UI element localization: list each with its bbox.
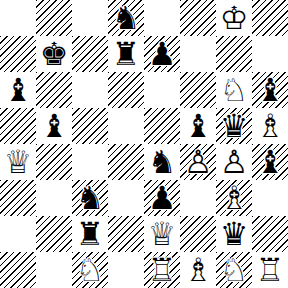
square-a3[interactable] bbox=[0, 180, 36, 216]
square-d3[interactable] bbox=[108, 180, 144, 216]
white-king-g8: ♔ bbox=[216, 0, 252, 36]
square-b4[interactable] bbox=[36, 144, 72, 180]
white-rook-h1: ♖ bbox=[252, 252, 288, 288]
square-g8[interactable]: ♚♔ bbox=[216, 0, 252, 36]
square-c3[interactable]: ♞ bbox=[72, 180, 108, 216]
square-d1[interactable] bbox=[108, 252, 144, 288]
square-d2[interactable] bbox=[108, 216, 144, 252]
square-g7[interactable] bbox=[216, 36, 252, 72]
square-f8[interactable] bbox=[180, 0, 216, 36]
white-pawn-g4: ♙ bbox=[216, 144, 252, 180]
white-queen-a4-fill: ♛ bbox=[0, 144, 36, 180]
black-rook-d7: ♜ bbox=[108, 36, 144, 72]
square-h7[interactable] bbox=[252, 36, 288, 72]
square-g4[interactable]: ♟♙ bbox=[216, 144, 252, 180]
white-pawn-f4-fill: ♟ bbox=[180, 144, 216, 180]
square-c1[interactable]: ♞♘ bbox=[72, 252, 108, 288]
square-e3[interactable]: ♟ bbox=[144, 180, 180, 216]
square-d4[interactable] bbox=[108, 144, 144, 180]
square-e4[interactable]: ♞ bbox=[144, 144, 180, 180]
white-knight-g1: ♘ bbox=[216, 252, 252, 288]
white-queen-e2: ♕ bbox=[144, 216, 180, 252]
square-h4[interactable]: ♝ bbox=[252, 144, 288, 180]
square-g5[interactable]: ♛ bbox=[216, 108, 252, 144]
square-c8[interactable] bbox=[72, 0, 108, 36]
square-e5[interactable] bbox=[144, 108, 180, 144]
black-bishop-a6: ♝ bbox=[0, 72, 36, 108]
square-b2[interactable] bbox=[36, 216, 72, 252]
black-knight-e4: ♞ bbox=[144, 144, 180, 180]
white-bishop-h5-fill: ♝ bbox=[252, 108, 288, 144]
square-f5[interactable]: ♝ bbox=[180, 108, 216, 144]
black-rook-c2: ♜ bbox=[72, 216, 108, 252]
square-a1[interactable] bbox=[0, 252, 36, 288]
square-f1[interactable]: ♝♗ bbox=[180, 252, 216, 288]
white-bishop-f1-fill: ♝ bbox=[180, 252, 216, 288]
square-b8[interactable] bbox=[36, 0, 72, 36]
black-queen-g2: ♛ bbox=[216, 216, 252, 252]
square-a7[interactable] bbox=[0, 36, 36, 72]
square-b5[interactable]: ♝ bbox=[36, 108, 72, 144]
square-g1[interactable]: ♞♘ bbox=[216, 252, 252, 288]
square-f7[interactable] bbox=[180, 36, 216, 72]
square-f6[interactable] bbox=[180, 72, 216, 108]
black-pawn-e3: ♟ bbox=[144, 180, 180, 216]
square-d7[interactable]: ♜ bbox=[108, 36, 144, 72]
square-h1[interactable]: ♜♖ bbox=[252, 252, 288, 288]
square-e6[interactable] bbox=[144, 72, 180, 108]
white-knight-g6-fill: ♞ bbox=[216, 72, 252, 108]
white-bishop-f1: ♗ bbox=[180, 252, 216, 288]
black-bishop-h6: ♝ bbox=[252, 72, 288, 108]
square-a6[interactable]: ♝ bbox=[0, 72, 36, 108]
square-c5[interactable] bbox=[72, 108, 108, 144]
white-bishop-g3-fill: ♝ bbox=[216, 180, 252, 216]
square-b7[interactable]: ♚ bbox=[36, 36, 72, 72]
square-d5[interactable] bbox=[108, 108, 144, 144]
square-d8[interactable]: ♞ bbox=[108, 0, 144, 36]
square-e7[interactable]: ♟ bbox=[144, 36, 180, 72]
square-b6[interactable] bbox=[36, 72, 72, 108]
square-a5[interactable] bbox=[0, 108, 36, 144]
square-e2[interactable]: ♛♕ bbox=[144, 216, 180, 252]
square-a8[interactable] bbox=[0, 0, 36, 36]
square-g6[interactable]: ♞♘ bbox=[216, 72, 252, 108]
square-e8[interactable] bbox=[144, 0, 180, 36]
square-f2[interactable] bbox=[180, 216, 216, 252]
square-a2[interactable] bbox=[0, 216, 36, 252]
square-h3[interactable] bbox=[252, 180, 288, 216]
white-queen-a4: ♕ bbox=[0, 144, 36, 180]
white-rook-e1-fill: ♜ bbox=[144, 252, 180, 288]
square-g2[interactable]: ♛ bbox=[216, 216, 252, 252]
square-f4[interactable]: ♟♙ bbox=[180, 144, 216, 180]
black-knight-c3: ♞ bbox=[72, 180, 108, 216]
square-f3[interactable] bbox=[180, 180, 216, 216]
square-b1[interactable] bbox=[36, 252, 72, 288]
white-knight-c1: ♘ bbox=[72, 252, 108, 288]
white-king-g8-fill: ♚ bbox=[216, 0, 252, 36]
black-knight-d8: ♞ bbox=[108, 0, 144, 36]
black-bishop-f5: ♝ bbox=[180, 108, 216, 144]
square-a4[interactable]: ♛♕ bbox=[0, 144, 36, 180]
black-bishop-h4: ♝ bbox=[252, 144, 288, 180]
square-h8[interactable] bbox=[252, 0, 288, 36]
square-d6[interactable] bbox=[108, 72, 144, 108]
black-king-b7: ♚ bbox=[36, 36, 72, 72]
black-queen-g5: ♛ bbox=[216, 108, 252, 144]
square-h2[interactable] bbox=[252, 216, 288, 252]
black-pawn-e7: ♟ bbox=[144, 36, 180, 72]
square-b3[interactable] bbox=[36, 180, 72, 216]
white-bishop-g3: ♗ bbox=[216, 180, 252, 216]
white-knight-g1-fill: ♞ bbox=[216, 252, 252, 288]
square-c7[interactable] bbox=[72, 36, 108, 72]
white-pawn-f4: ♙ bbox=[180, 144, 216, 180]
black-bishop-b5: ♝ bbox=[36, 108, 72, 144]
white-knight-c1-fill: ♞ bbox=[72, 252, 108, 288]
square-h6[interactable]: ♝ bbox=[252, 72, 288, 108]
white-queen-e2-fill: ♛ bbox=[144, 216, 180, 252]
square-c2[interactable]: ♜ bbox=[72, 216, 108, 252]
square-h5[interactable]: ♝♗ bbox=[252, 108, 288, 144]
square-c6[interactable] bbox=[72, 72, 108, 108]
white-bishop-h5: ♗ bbox=[252, 108, 288, 144]
white-rook-e1: ♖ bbox=[144, 252, 180, 288]
square-g3[interactable]: ♝♗ bbox=[216, 180, 252, 216]
square-c4[interactable] bbox=[72, 144, 108, 180]
chess-board: ♞♚♔♚♜♟♝♞♘♝♝♝♛♝♗♛♕♞♟♙♟♙♝♞♟♝♗♜♛♕♛♞♘♜♖♝♗♞♘♜… bbox=[0, 0, 288, 288]
square-e1[interactable]: ♜♖ bbox=[144, 252, 180, 288]
white-pawn-g4-fill: ♟ bbox=[216, 144, 252, 180]
white-rook-h1-fill: ♜ bbox=[252, 252, 288, 288]
white-knight-g6: ♘ bbox=[216, 72, 252, 108]
